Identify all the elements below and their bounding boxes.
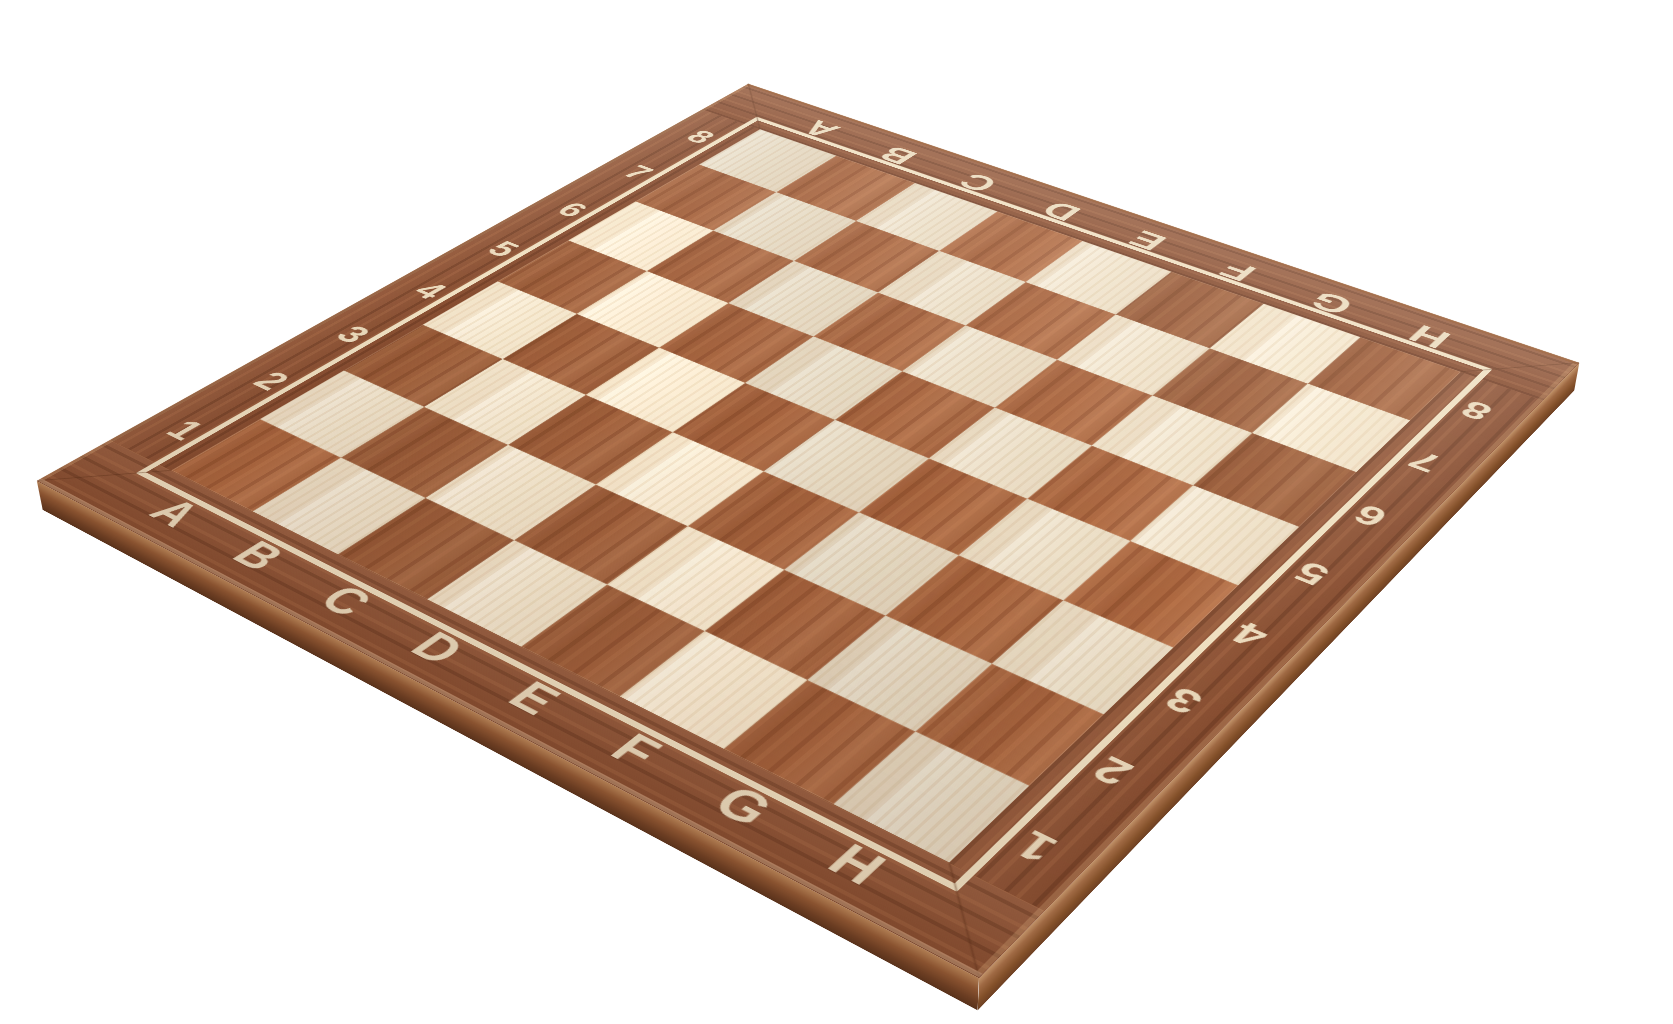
file-glyph: G: [704, 779, 783, 833]
rank-glyph: 5: [481, 237, 526, 260]
scene: ABCDEFGH ABCDEFGH 87654321 87654321: [0, 0, 1673, 1024]
file-glyph: H: [1402, 321, 1457, 353]
rank-glyph: 1: [1007, 825, 1066, 870]
file-glyph: G: [1303, 288, 1360, 319]
file-glyph: C: [310, 579, 381, 622]
file-glyph: E: [499, 675, 570, 721]
file-glyph: C: [952, 170, 1004, 196]
rank-glyph: 2: [247, 367, 298, 394]
file-glyph: A: [141, 493, 210, 532]
rank-glyph: 1: [159, 415, 212, 444]
rank-glyph: 4: [1225, 617, 1276, 653]
rank-glyph: 6: [1347, 500, 1394, 532]
rank-glyph: 6: [551, 199, 595, 221]
rank-glyph: 7: [1403, 447, 1448, 477]
file-glyph: A: [795, 117, 846, 141]
file-glyph: F: [1213, 258, 1262, 285]
rank-glyph: 7: [617, 162, 659, 183]
chessboard: ABCDEFGH ABCDEFGH 87654321 87654321: [37, 84, 1579, 978]
rank-glyph: 8: [1455, 397, 1498, 425]
rank-glyph: 5: [1288, 557, 1337, 591]
file-glyph: B: [224, 535, 294, 576]
rank-glyph: 8: [680, 127, 721, 147]
file-glyph: D: [1035, 198, 1087, 225]
rank-glyph: 3: [1157, 681, 1210, 720]
playing-field: [171, 129, 1461, 862]
rank-glyph: 4: [407, 278, 454, 302]
rank-glyph: 3: [329, 321, 378, 347]
rank-glyph: 2: [1085, 750, 1141, 791]
file-glyph: H: [818, 837, 895, 893]
file-glyph: B: [872, 143, 923, 168]
file-glyph: D: [402, 626, 474, 671]
file-glyph: E: [1122, 227, 1173, 254]
file-glyph: F: [601, 727, 670, 774]
